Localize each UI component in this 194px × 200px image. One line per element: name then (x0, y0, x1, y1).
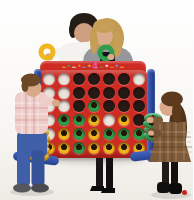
boy (10, 74, 60, 197)
boy-shoe (13, 184, 31, 193)
girl-boot2 (169, 183, 182, 194)
girl-hand (147, 117, 154, 123)
boy-hand (52, 100, 60, 107)
boy-leg2 (32, 150, 45, 186)
product-photo: ~*~*~*4~*~*~ (0, 0, 193, 200)
girl-leg2 (171, 158, 178, 186)
girl-boot (157, 182, 170, 193)
girl-leg (162, 158, 169, 186)
girl-hand2 (148, 130, 154, 135)
girl (147, 92, 194, 200)
boy-hair-side (22, 80, 29, 92)
children-scene (0, 0, 193, 200)
boy-leg (17, 150, 30, 186)
boy-shoe2 (31, 184, 49, 193)
girl-hair-side (172, 101, 182, 123)
brand-dot (182, 190, 187, 195)
